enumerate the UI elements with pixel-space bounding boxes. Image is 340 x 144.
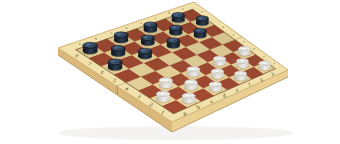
piece-top bbox=[211, 69, 223, 74]
piece-black-g6[interactable] bbox=[194, 28, 207, 39]
piece-black-f7[interactable] bbox=[169, 25, 183, 36]
piece-top bbox=[185, 80, 198, 85]
piece-black-a8[interactable] bbox=[82, 42, 97, 55]
piece-white-b1[interactable] bbox=[182, 93, 196, 104]
piece-sheen bbox=[144, 37, 148, 39]
piece-white-d1[interactable] bbox=[209, 82, 222, 93]
piece-white-c2[interactable] bbox=[184, 80, 198, 91]
piece-black-h7[interactable] bbox=[196, 16, 209, 27]
piece-top bbox=[156, 91, 170, 97]
piece-sheen bbox=[111, 61, 115, 63]
piece-white-b3[interactable] bbox=[159, 77, 173, 89]
piece-sheen bbox=[170, 40, 174, 42]
piece-white-e2[interactable] bbox=[211, 69, 224, 80]
piece-sheen bbox=[86, 44, 90, 46]
piece-black-e8[interactable] bbox=[143, 22, 157, 34]
piece-white-f3[interactable] bbox=[213, 56, 226, 67]
piece-top bbox=[187, 66, 200, 71]
piece-top bbox=[213, 56, 225, 61]
piece-black-d7[interactable] bbox=[141, 35, 155, 47]
checkers-board: a1a1b2b2c3c3d4d4e5e5f6f6g7g7h8h8 bbox=[0, 0, 340, 144]
piece-top bbox=[235, 71, 247, 76]
piece-white-h1[interactable] bbox=[259, 61, 271, 71]
piece-white-d3[interactable] bbox=[187, 66, 200, 77]
checkers-set-photo: a1a1b2b2c3c3d4d4e5e5f6f6g7g7h8h8 bbox=[0, 0, 340, 144]
piece-black-a6[interactable] bbox=[108, 59, 123, 71]
piece-black-b7[interactable] bbox=[111, 45, 126, 57]
piece-black-c6[interactable] bbox=[138, 48, 152, 60]
piece-top bbox=[159, 77, 172, 83]
piece-white-g2[interactable] bbox=[236, 59, 248, 69]
piece-sheen bbox=[199, 17, 203, 19]
piece-sheen bbox=[175, 14, 179, 16]
piece-sheen bbox=[141, 50, 145, 52]
piece-top bbox=[182, 93, 195, 98]
piece-white-a2[interactable] bbox=[156, 91, 170, 103]
piece-white-h3[interactable] bbox=[238, 46, 250, 56]
piece-sheen bbox=[197, 30, 201, 32]
piece-white-f1[interactable] bbox=[234, 71, 247, 81]
piece-black-g8[interactable] bbox=[171, 13, 184, 24]
piece-sheen bbox=[172, 27, 176, 29]
piece-sheen bbox=[114, 47, 118, 49]
piece-top bbox=[209, 82, 222, 87]
piece-black-c8[interactable] bbox=[114, 32, 129, 44]
piece-black-e6[interactable] bbox=[166, 38, 180, 49]
piece-sheen bbox=[147, 24, 151, 26]
piece-sheen bbox=[117, 34, 121, 36]
